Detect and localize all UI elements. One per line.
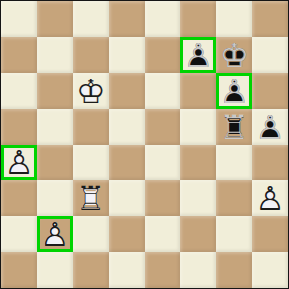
square-a5[interactable] — [1, 109, 37, 145]
white-pawn-icon: ♟ — [4, 146, 34, 179]
square-h7[interactable] — [252, 37, 288, 73]
square-b7[interactable] — [37, 37, 73, 73]
square-h6[interactable] — [252, 73, 288, 109]
square-b6[interactable] — [37, 73, 73, 109]
square-d2[interactable] — [109, 216, 145, 252]
square-f2[interactable] — [180, 216, 216, 252]
square-g4[interactable] — [216, 145, 252, 181]
piece-black-pawn-h5[interactable]: ♟♙ — [252, 109, 288, 145]
square-e4[interactable] — [145, 145, 181, 181]
black-pawn-icon: ♟ — [184, 38, 214, 71]
square-e3[interactable] — [145, 180, 181, 216]
square-h4[interactable] — [252, 145, 288, 181]
square-f7[interactable]: ♟♙ — [180, 37, 216, 73]
square-g7[interactable]: ♚♔ — [216, 37, 252, 73]
square-b1[interactable] — [37, 252, 73, 288]
black-pawn-outline-icon: ♙ — [255, 110, 285, 143]
square-c6[interactable]: ♚♔ — [73, 73, 109, 109]
chess-board: ♟♙♚♔♚♔♟♙♜♖♟♙♟♙♜♖♟♙♟♙ — [0, 0, 289, 289]
black-rook-outline-icon: ♖ — [219, 110, 249, 143]
square-d4[interactable] — [109, 145, 145, 181]
square-f3[interactable] — [180, 180, 216, 216]
square-e6[interactable] — [145, 73, 181, 109]
square-a4[interactable]: ♟♙ — [1, 145, 37, 181]
square-a1[interactable] — [1, 252, 37, 288]
white-pawn-icon: ♟ — [40, 218, 70, 251]
square-a7[interactable] — [1, 37, 37, 73]
square-d8[interactable] — [109, 1, 145, 37]
square-b3[interactable] — [37, 180, 73, 216]
square-a8[interactable] — [1, 1, 37, 37]
piece-black-rook-g5[interactable]: ♜♖ — [216, 109, 252, 145]
piece-white-pawn-b2[interactable]: ♟♙ — [37, 216, 73, 252]
piece-black-pawn-f7[interactable]: ♟♙ — [180, 37, 216, 73]
square-f6[interactable] — [180, 73, 216, 109]
square-f4[interactable] — [180, 145, 216, 181]
square-d5[interactable] — [109, 109, 145, 145]
square-h2[interactable] — [252, 216, 288, 252]
square-c7[interactable] — [73, 37, 109, 73]
black-rook-icon: ♜ — [219, 110, 249, 143]
square-d7[interactable] — [109, 37, 145, 73]
piece-white-pawn-h3[interactable]: ♟♙ — [252, 180, 288, 216]
square-b4[interactable] — [37, 145, 73, 181]
piece-white-rook-c3[interactable]: ♜♖ — [73, 180, 109, 216]
white-pawn-icon: ♟ — [255, 182, 285, 215]
square-e5[interactable] — [145, 109, 181, 145]
square-a3[interactable] — [1, 180, 37, 216]
square-f5[interactable] — [180, 109, 216, 145]
square-g1[interactable] — [216, 252, 252, 288]
square-e1[interactable] — [145, 252, 181, 288]
square-b5[interactable] — [37, 109, 73, 145]
square-c1[interactable] — [73, 252, 109, 288]
square-f1[interactable] — [180, 252, 216, 288]
black-pawn-outline-icon: ♙ — [184, 38, 214, 71]
white-king-icon: ♚ — [76, 74, 106, 107]
square-c3[interactable]: ♜♖ — [73, 180, 109, 216]
square-e8[interactable] — [145, 1, 181, 37]
white-pawn-outline-icon: ♙ — [40, 218, 70, 251]
square-d6[interactable] — [109, 73, 145, 109]
square-g5[interactable]: ♜♖ — [216, 109, 252, 145]
piece-black-pawn-g6[interactable]: ♟♙ — [216, 73, 252, 109]
square-b8[interactable] — [37, 1, 73, 37]
white-rook-icon: ♜ — [76, 182, 106, 215]
square-g2[interactable] — [216, 216, 252, 252]
square-g6[interactable]: ♟♙ — [216, 73, 252, 109]
square-e7[interactable] — [145, 37, 181, 73]
white-rook-outline-icon: ♖ — [76, 182, 106, 215]
square-d1[interactable] — [109, 252, 145, 288]
square-h8[interactable] — [252, 1, 288, 37]
square-b2[interactable]: ♟♙ — [37, 216, 73, 252]
square-a2[interactable] — [1, 216, 37, 252]
black-pawn-icon: ♟ — [255, 110, 285, 143]
square-c8[interactable] — [73, 1, 109, 37]
black-king-icon: ♚ — [219, 38, 249, 71]
white-pawn-outline-icon: ♙ — [255, 182, 285, 215]
white-king-outline-icon: ♔ — [76, 74, 106, 107]
piece-black-king-g7[interactable]: ♚♔ — [216, 37, 252, 73]
square-h3[interactable]: ♟♙ — [252, 180, 288, 216]
square-c4[interactable] — [73, 145, 109, 181]
square-a6[interactable] — [1, 73, 37, 109]
square-g3[interactable] — [216, 180, 252, 216]
square-f8[interactable] — [180, 1, 216, 37]
black-king-outline-icon: ♔ — [219, 38, 249, 71]
black-pawn-icon: ♟ — [219, 74, 249, 107]
square-e2[interactable] — [145, 216, 181, 252]
square-c2[interactable] — [73, 216, 109, 252]
square-g8[interactable] — [216, 1, 252, 37]
piece-white-pawn-a4[interactable]: ♟♙ — [1, 145, 37, 181]
square-c5[interactable] — [73, 109, 109, 145]
white-pawn-outline-icon: ♙ — [4, 146, 34, 179]
black-pawn-outline-icon: ♙ — [219, 74, 249, 107]
piece-white-king-c6[interactable]: ♚♔ — [73, 73, 109, 109]
square-h5[interactable]: ♟♙ — [252, 109, 288, 145]
square-h1[interactable] — [252, 252, 288, 288]
chess-board-window: ♟♙♚♔♚♔♟♙♜♖♟♙♟♙♜♖♟♙♟♙ — [0, 0, 289, 289]
square-d3[interactable] — [109, 180, 145, 216]
